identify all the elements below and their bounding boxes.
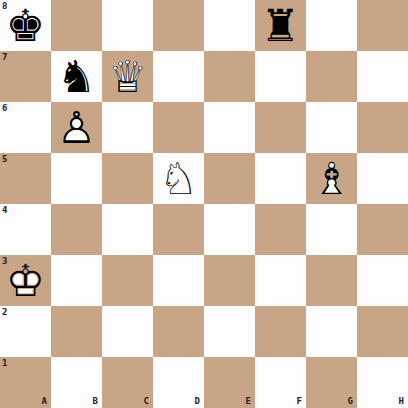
square-g7[interactable] bbox=[306, 51, 357, 102]
file-label-f: F bbox=[297, 397, 302, 406]
rank-label-7: 7 bbox=[2, 53, 7, 62]
square-d4[interactable] bbox=[153, 204, 204, 255]
square-d8[interactable] bbox=[153, 0, 204, 51]
square-g3[interactable] bbox=[306, 255, 357, 306]
square-e3[interactable] bbox=[204, 255, 255, 306]
square-c5[interactable] bbox=[102, 153, 153, 204]
square-g4[interactable] bbox=[306, 204, 357, 255]
rank-label-5: 5 bbox=[2, 155, 7, 164]
square-g2[interactable] bbox=[306, 306, 357, 357]
square-b4[interactable] bbox=[51, 204, 102, 255]
square-d7[interactable] bbox=[153, 51, 204, 102]
square-b2[interactable] bbox=[51, 306, 102, 357]
square-f2[interactable] bbox=[255, 306, 306, 357]
square-h6[interactable] bbox=[357, 102, 408, 153]
square-a7[interactable]: 7 bbox=[0, 51, 51, 102]
file-label-c: C bbox=[144, 397, 149, 406]
square-c4[interactable] bbox=[102, 204, 153, 255]
chess-board-container: 8♚♜7♞♛♕6♟♙5♞♘♝♗43♚♔21ABCDEFGH bbox=[0, 0, 408, 408]
square-d3[interactable] bbox=[153, 255, 204, 306]
chess-board: 8♚♜7♞♛♕6♟♙5♞♘♝♗43♚♔21ABCDEFGH bbox=[0, 0, 408, 408]
piece-white-queen[interactable]: ♛♕ bbox=[102, 51, 153, 102]
square-f1[interactable]: F bbox=[255, 357, 306, 408]
file-label-g: G bbox=[348, 397, 353, 406]
piece-black-knight[interactable]: ♞ bbox=[51, 51, 102, 102]
square-f8[interactable]: ♜ bbox=[255, 0, 306, 51]
rank-label-2: 2 bbox=[2, 308, 7, 317]
white-bishop-glyph-outline: ♗ bbox=[306, 153, 357, 204]
piece-black-king[interactable]: ♚ bbox=[0, 0, 51, 51]
square-c8[interactable] bbox=[102, 0, 153, 51]
square-h1[interactable]: H bbox=[357, 357, 408, 408]
file-label-d: D bbox=[195, 397, 200, 406]
square-f5[interactable] bbox=[255, 153, 306, 204]
piece-black-rook[interactable]: ♜ bbox=[255, 0, 306, 51]
piece-white-knight[interactable]: ♞♘ bbox=[153, 153, 204, 204]
square-a4[interactable]: 4 bbox=[0, 204, 51, 255]
square-g1[interactable]: G bbox=[306, 357, 357, 408]
square-c3[interactable] bbox=[102, 255, 153, 306]
rank-label-1: 1 bbox=[2, 359, 7, 368]
white-queen-glyph-outline: ♕ bbox=[102, 51, 153, 102]
square-a6[interactable]: 6 bbox=[0, 102, 51, 153]
square-b7[interactable]: ♞ bbox=[51, 51, 102, 102]
square-e6[interactable] bbox=[204, 102, 255, 153]
square-e4[interactable] bbox=[204, 204, 255, 255]
white-knight-glyph-outline: ♘ bbox=[153, 153, 204, 204]
square-a1[interactable]: 1A bbox=[0, 357, 51, 408]
white-pawn-glyph-outline: ♙ bbox=[51, 102, 102, 153]
square-d5[interactable]: ♞♘ bbox=[153, 153, 204, 204]
white-king-glyph-outline: ♔ bbox=[0, 255, 51, 306]
file-label-b: B bbox=[93, 397, 98, 406]
square-b6[interactable]: ♟♙ bbox=[51, 102, 102, 153]
black-king-glyph: ♚ bbox=[0, 0, 51, 51]
square-d6[interactable] bbox=[153, 102, 204, 153]
square-f7[interactable] bbox=[255, 51, 306, 102]
square-g8[interactable] bbox=[306, 0, 357, 51]
square-h3[interactable] bbox=[357, 255, 408, 306]
square-g5[interactable]: ♝♗ bbox=[306, 153, 357, 204]
rank-label-6: 6 bbox=[2, 104, 7, 113]
file-label-a: A bbox=[42, 397, 47, 406]
square-h4[interactable] bbox=[357, 204, 408, 255]
file-label-e: E bbox=[246, 397, 251, 406]
square-b8[interactable] bbox=[51, 0, 102, 51]
square-b1[interactable]: B bbox=[51, 357, 102, 408]
square-a5[interactable]: 5 bbox=[0, 153, 51, 204]
square-e1[interactable]: E bbox=[204, 357, 255, 408]
square-f4[interactable] bbox=[255, 204, 306, 255]
piece-white-bishop[interactable]: ♝♗ bbox=[306, 153, 357, 204]
piece-white-pawn[interactable]: ♟♙ bbox=[51, 102, 102, 153]
square-e5[interactable] bbox=[204, 153, 255, 204]
square-h8[interactable] bbox=[357, 0, 408, 51]
square-f6[interactable] bbox=[255, 102, 306, 153]
square-e2[interactable] bbox=[204, 306, 255, 357]
square-a8[interactable]: 8♚ bbox=[0, 0, 51, 51]
square-g6[interactable] bbox=[306, 102, 357, 153]
square-b3[interactable] bbox=[51, 255, 102, 306]
black-rook-glyph: ♜ bbox=[255, 0, 306, 51]
square-e7[interactable] bbox=[204, 51, 255, 102]
square-a3[interactable]: 3♚♔ bbox=[0, 255, 51, 306]
square-h5[interactable] bbox=[357, 153, 408, 204]
square-c2[interactable] bbox=[102, 306, 153, 357]
square-c1[interactable]: C bbox=[102, 357, 153, 408]
square-c7[interactable]: ♛♕ bbox=[102, 51, 153, 102]
square-d1[interactable]: D bbox=[153, 357, 204, 408]
black-knight-glyph: ♞ bbox=[51, 51, 102, 102]
rank-label-4: 4 bbox=[2, 206, 7, 215]
square-f3[interactable] bbox=[255, 255, 306, 306]
square-c6[interactable] bbox=[102, 102, 153, 153]
square-e8[interactable] bbox=[204, 0, 255, 51]
square-b5[interactable] bbox=[51, 153, 102, 204]
square-h7[interactable] bbox=[357, 51, 408, 102]
square-a2[interactable]: 2 bbox=[0, 306, 51, 357]
square-d2[interactable] bbox=[153, 306, 204, 357]
file-label-h: H bbox=[399, 397, 404, 406]
piece-white-king[interactable]: ♚♔ bbox=[0, 255, 51, 306]
square-h2[interactable] bbox=[357, 306, 408, 357]
